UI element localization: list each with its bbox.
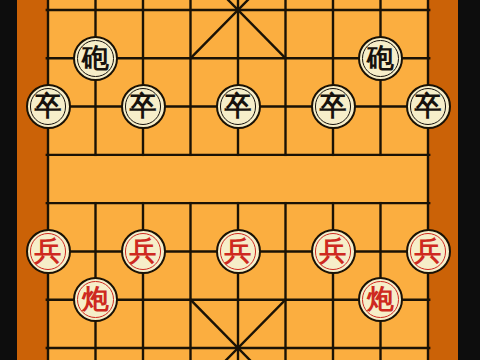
piece-black-cannon-h2[interactable]: 砲 [358,36,403,81]
piece-black-soldier-i3[interactable]: 卒 [406,84,451,129]
piece-glyph: 砲 [82,44,109,71]
piece-glyph: 兵 [225,237,252,264]
piece-black-soldier-e3[interactable]: 卒 [216,84,261,129]
piece-red-soldier-g6[interactable]: 兵 [311,229,356,274]
piece-black-soldier-c3[interactable]: 卒 [121,84,166,129]
piece-red-soldier-a6[interactable]: 兵 [26,229,71,274]
piece-glyph: 兵 [130,237,157,264]
piece-glyph: 炮 [82,285,109,312]
pieces-layer: 砲砲卒卒卒卒卒兵兵兵兵兵炮炮 [24,0,452,360]
piece-red-soldier-c6[interactable]: 兵 [121,229,166,274]
piece-glyph: 卒 [415,92,442,119]
piece-glyph: 卒 [35,92,62,119]
piece-red-soldier-i6[interactable]: 兵 [406,229,451,274]
xiangqi-video-frame: 砲砲卒卒卒卒卒兵兵兵兵兵炮炮 [0,0,480,360]
piece-glyph: 兵 [35,237,62,264]
piece-glyph: 炮 [367,285,394,312]
piece-glyph: 兵 [320,237,347,264]
piece-glyph: 卒 [130,92,157,119]
piece-glyph: 卒 [320,92,347,119]
piece-glyph: 兵 [415,237,442,264]
piece-glyph: 卒 [225,92,252,119]
piece-black-soldier-a3[interactable]: 卒 [26,84,71,129]
piece-black-cannon-b2[interactable]: 砲 [73,36,118,81]
piece-glyph: 砲 [367,44,394,71]
piece-red-cannon-b7[interactable]: 炮 [73,277,118,322]
piece-black-soldier-g3[interactable]: 卒 [311,84,356,129]
piece-red-cannon-h7[interactable]: 炮 [358,277,403,322]
piece-red-soldier-e6[interactable]: 兵 [216,229,261,274]
